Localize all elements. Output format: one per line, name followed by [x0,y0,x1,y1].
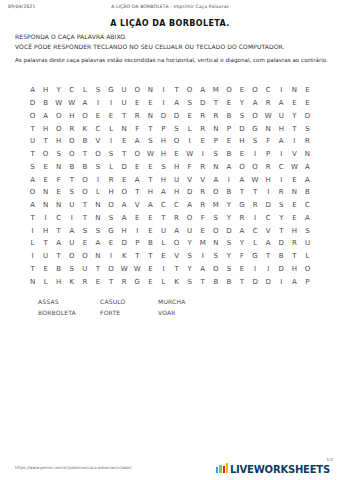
grid-cell: H [52,135,65,148]
grid-cell: P [301,275,314,288]
grid-cell: I [157,97,170,110]
grid-cell: O [131,84,144,97]
grid-cell: R [196,161,209,174]
grid-cell: I [275,148,288,161]
grid-cell: H [288,224,301,237]
grid-cell: A [209,173,222,186]
grid-cell: A [235,173,248,186]
grid-cell: O [209,224,222,237]
grid-cell: N [91,212,104,225]
grid-cell: I [196,148,209,161]
grid-cell: T [288,250,301,263]
grid-cell: T [26,148,39,161]
grid-cell: N [26,275,39,288]
grid-cell: A [301,161,314,174]
grid-cell: E [196,224,209,237]
grid-cell: S [222,237,235,250]
grid-cell: H [157,148,170,161]
grid-cell: D [262,199,275,212]
grid-cell: I [262,263,275,276]
grid-cell: W [131,263,144,276]
grid-cell: T [26,212,39,225]
grid-cell: R [262,97,275,110]
grid-cell: I [105,97,118,110]
print-header-doc-title: A LIÇÃO DA BORBOLETA - Imprimir Caça Pal… [0,4,340,9]
grid-cell: L [183,122,196,135]
logo-bar [219,465,221,473]
grid-cell: E [144,263,157,276]
grid-cell: D [222,224,235,237]
grid-cell: R [196,110,209,123]
grid-cell: S [209,212,222,225]
grid-cell: U [157,224,170,237]
grid-cell: L [249,237,262,250]
grid-cell: T [78,148,91,161]
grid-cell: R [235,212,248,225]
grid-cell: N [262,122,275,135]
liveworksheets-logo: LIVEWORKSHEETS [216,463,330,475]
grid-cell: O [78,186,91,199]
grid-cell: O [235,161,248,174]
grid-cell: O [183,84,196,97]
grid-cell: H [39,84,52,97]
grid-cell: W [288,161,301,174]
grid-cell: D [196,97,209,110]
grid-cell: D [183,186,196,199]
grid-cell: W [262,110,275,123]
grid-cell: O [78,110,91,123]
grid-cell: O [78,250,91,263]
grid-cell: N [39,186,52,199]
grid-cell: C [262,212,275,225]
grid-cell: T [65,173,78,186]
grid-cell: E [235,148,248,161]
grid-cell: H [105,186,118,199]
grid-cell: H [144,186,157,199]
grid-cell: L [301,250,314,263]
grid-cell: T [170,263,183,276]
grid-cell: I [262,186,275,199]
grid-cell: O [170,237,183,250]
grid-cell: A [196,263,209,276]
grid-cell: R [170,212,183,225]
instruction-line-1: RESPONDA O CAÇA PALAVRA ABIXO. [15,33,127,40]
grid-cell: I [275,84,288,97]
grid-cell: O [65,148,78,161]
grid-cell: D [275,237,288,250]
grid-cell: R [249,199,262,212]
grid-cell: E [144,212,157,225]
grid-cell: A [157,186,170,199]
grid-cell: E [131,97,144,110]
grid-cell: S [91,224,104,237]
grid-cell: B [52,263,65,276]
grid-cell: Y [275,212,288,225]
grid-cell: U [118,84,131,97]
grid-cell: A [26,173,39,186]
grid-cell: I [275,275,288,288]
grid-cell: L [105,122,118,135]
grid-cell: R [275,186,288,199]
grid-cell: N [144,84,157,97]
grid-cell: R [196,186,209,199]
grid-cell: F [262,135,275,148]
grid-cell: K [170,275,183,288]
grid-cell: C [65,84,78,97]
grid-cell: O [118,186,131,199]
grid-cell: E [222,97,235,110]
grid-cell: W [118,263,131,276]
grid-cell: L [26,237,39,250]
grid-cell: A [78,97,91,110]
grid-cell: O [209,263,222,276]
grid-cell: H [262,173,275,186]
grid-cell: C [301,199,314,212]
grid-cell: C [91,122,104,135]
grid-cell: H [118,224,131,237]
grid-cell: E [105,110,118,123]
grid-cell: E [288,173,301,186]
grid-cell: O [52,110,65,123]
grid-cell: B [144,237,157,250]
grid-cell: U [26,135,39,148]
grid-cell: A [131,135,144,148]
grid-cell: O [52,122,65,135]
grid-cell: W [52,97,65,110]
grid-cell: A [249,97,262,110]
grid-cell: E [78,237,91,250]
grid-cell: E [170,148,183,161]
grid-cell: D [235,122,248,135]
grid-cell: C [157,199,170,212]
grid-cell: T [144,250,157,263]
grid-cell: A [222,161,235,174]
grid-cell: V [183,173,196,186]
grid-cell: S [91,161,104,174]
grid-cell: D [275,263,288,276]
grid-cell: Y [235,237,248,250]
grid-cell: I [105,135,118,148]
grid-cell: O [209,186,222,199]
grid-cell: E [288,97,301,110]
grid-cell: S [144,135,157,148]
grid-cell: N [209,237,222,250]
grid-cell: N [288,186,301,199]
grid-cell: F [183,161,196,174]
grid-cell: I [91,173,104,186]
grid-cell: E [118,135,131,148]
grid-cell: T [78,199,91,212]
word-item: CASULO [100,298,158,305]
grid-cell: I [157,84,170,97]
grid-cell: S [301,122,314,135]
grid-cell: Y [183,237,196,250]
grid-cell: N [52,199,65,212]
grid-cell: Y [222,199,235,212]
grid-cell: H [52,275,65,288]
grid-cell: T [105,275,118,288]
grid-cell: P [222,122,235,135]
grid-cell: O [170,135,183,148]
grid-cell: S [91,84,104,97]
grid-cell: P [209,135,222,148]
grid-cell: R [118,275,131,288]
grid-cell: O [78,173,91,186]
grid-cell: A [26,84,39,97]
grid-cell: H [39,224,52,237]
grid-cell: T [235,186,248,199]
grid-cell: U [170,173,183,186]
grid-cell: Y [235,97,248,110]
grid-cell: O [91,148,104,161]
instruction-line-2: VOCÊ PODE RESPONDER TECLANDO NO SEU CELU… [15,43,285,50]
grid-cell: O [301,263,314,276]
grid-cell: H [170,186,183,199]
grid-cell: F [131,122,144,135]
grid-cell: A [301,173,314,186]
grid-cell: Y [52,84,65,97]
grid-cell: E [52,186,65,199]
grid-cell: E [91,110,104,123]
grid-cell: N [118,122,131,135]
grid-cell: T [209,97,222,110]
grid-cell: R [209,110,222,123]
grid-cell: T [131,186,144,199]
grid-cell: T [275,224,288,237]
grid-cell: R [196,199,209,212]
grid-cell: U [275,110,288,123]
grid-cell: V [262,224,275,237]
grid-cell: S [170,122,183,135]
grid-cell: I [105,250,118,263]
word-item: FORTE [100,309,158,316]
grid-cell: G [249,250,262,263]
grid-cell: S [209,148,222,161]
page-number: 1/2 [327,457,333,462]
grid-cell: R [301,135,314,148]
grid-cell: B [78,135,91,148]
grid-cell: H [65,110,78,123]
grid-cell: T [118,148,131,161]
grid-cell: T [52,224,65,237]
grid-cell: N [301,148,314,161]
grid-cell: R [65,122,78,135]
grid-cell: W [65,97,78,110]
grid-cell: E [105,237,118,250]
grid-cell: A [288,275,301,288]
grid-cell: U [65,199,78,212]
grid-cell: I [249,263,262,276]
grid-cell: U [301,237,314,250]
word-item: ASSAS [38,298,100,305]
grid-cell: S [65,263,78,276]
grid-cell: G [105,84,118,97]
grid-cell: A [275,97,288,110]
grid-cell: S [301,224,314,237]
grid-cell: I [288,135,301,148]
grid-cell: I [196,250,209,263]
grid-cell: N [209,122,222,135]
grid-cell: R [262,161,275,174]
grid-cell: W [249,173,262,186]
grid-cell: F [235,250,248,263]
grid-cell: S [183,250,196,263]
grid-cell: E [131,212,144,225]
grid-cell: A [144,199,157,212]
grid-cell: D [118,161,131,174]
logo-bar [226,463,228,473]
grid-cell: E [183,110,196,123]
grid-cell: A [131,173,144,186]
grid-cell: C [275,161,288,174]
grid-cell: H [157,173,170,186]
grid-cell: T [170,84,183,97]
grid-cell: M [196,237,209,250]
grid-cell: N [52,161,65,174]
grid-cell: E [131,161,144,174]
grid-cell: E [235,84,248,97]
grid-cell: O [105,199,118,212]
grid-cell: K [118,250,131,263]
liveworksheets-logo-text: LIVEWORKSHEETS [230,465,330,475]
grid-cell: A [118,212,131,225]
grid-cell: U [65,237,78,250]
grid-cell: E [144,161,157,174]
grid-cell: W [183,148,196,161]
grid-cell: O [26,186,39,199]
grid-cell: N [91,250,104,263]
grid-cell: T [249,186,262,199]
grid-cell: D [262,275,275,288]
grid-cell: R [196,122,209,135]
grid-cell: L [78,84,91,97]
grid-cell: E [222,135,235,148]
grid-cell: D [249,275,262,288]
instruction-paragraph: As palavras deste caça palavras estão es… [15,56,329,65]
grid-cell: M [209,84,222,97]
grid-cell: I [183,135,196,148]
grid-cell: A [262,237,275,250]
grid-cell: C [249,224,262,237]
grid-cell: O [39,148,52,161]
grid-cell: U [183,224,196,237]
grid-cell: D [118,237,131,250]
grid-cell: R [288,237,301,250]
grid-cell: V [131,199,144,212]
grid-cell: P [131,237,144,250]
grid-cell: B [222,110,235,123]
grid-cell: A [196,84,209,97]
grid-cell: A [183,199,196,212]
grid-cell: E [144,97,157,110]
grid-cell: O [65,250,78,263]
grid-cell: H [288,263,301,276]
grid-cell: N [91,199,104,212]
grid-cell: U [78,263,91,276]
grid-cell: O [105,263,118,276]
grid-cell: A [170,97,183,110]
grid-cell: N [209,161,222,174]
grid-cell: H [235,135,248,148]
grid-cell: R [78,275,91,288]
page-title: A LIÇÃO DA BORBOLETA. [0,19,340,28]
grid-cell: S [105,148,118,161]
word-list: ASSASCASULOMURCHABORBOLETAFORTEVOAR [38,298,308,316]
grid-cell: T [39,135,52,148]
grid-cell: T [157,212,170,225]
grid-cell: E [144,224,157,237]
grid-cell: I [222,173,235,186]
grid-cell: A [301,212,314,225]
grid-cell: E [39,161,52,174]
grid-cell: A [65,224,78,237]
grid-cell: E [39,173,52,186]
grid-cell: T [196,275,209,288]
grid-cell: S [157,161,170,174]
word-item: VOAR [158,309,308,316]
grid-cell: O [183,212,196,225]
footer-url: https://www.geniol.com.br/palavras/caca-… [15,465,132,470]
grid-cell: N [39,199,52,212]
grid-cell: L [157,237,170,250]
grid-cell: E [235,263,248,276]
logo-bar [216,467,218,473]
grid-cell: I [275,173,288,186]
grid-cell: S [275,199,288,212]
grid-cell: C [170,199,183,212]
grid-cell: T [144,122,157,135]
grid-cell: B [301,186,314,199]
grid-cell: T [39,237,52,250]
grid-cell: E [157,250,170,263]
grid-cell: Y [222,250,235,263]
grid-cell: A [275,135,288,148]
grid-cell: F [196,212,209,225]
grid-cell: V [170,250,183,263]
grid-cell: I [249,148,262,161]
grid-cell: D [157,110,170,123]
grid-cell: O [222,84,235,97]
grid-cell: R [131,110,144,123]
grid-cell: T [131,250,144,263]
grid-cell: S [65,186,78,199]
word-item: BORBOLETA [38,309,100,316]
grid-cell: C [52,212,65,225]
grid-cell: T [26,122,39,135]
logo-bar [223,466,225,473]
grid-cell: B [222,148,235,161]
grid-cell: S [26,161,39,174]
grid-cell: U [39,250,52,263]
grid-cell: B [78,161,91,174]
grid-cell: O [131,148,144,161]
grid-cell: E [301,84,314,97]
grid-cell: O [26,110,39,123]
grid-cell: S [78,224,91,237]
grid-cell: V [91,135,104,148]
grid-cell: A [118,199,131,212]
word-item: MURCHA [158,298,308,305]
grid-cell: E [288,199,301,212]
grid-cell: P [262,148,275,161]
grid-cell: I [91,97,104,110]
grid-cell: N [144,110,157,123]
grid-cell: B [39,97,52,110]
grid-cell: P [157,122,170,135]
grid-cell: T [26,263,39,276]
grid-cell: B [222,275,235,288]
grid-cell: Y [288,110,301,123]
